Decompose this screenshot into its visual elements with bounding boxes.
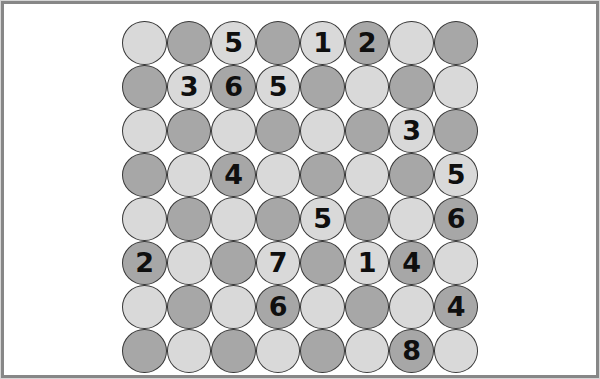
clue-number: 5: [269, 73, 287, 100]
clue-number: 1: [358, 249, 376, 276]
circle-cell-r8c4[interactable]: [256, 329, 301, 373]
circle-cell-r6c4[interactable]: 7: [256, 241, 301, 285]
circle-cell-r2c4[interactable]: 5: [256, 65, 301, 109]
clue-number: 5: [224, 29, 242, 56]
circle-cell-r3c4[interactable]: [256, 109, 301, 153]
circle-cell-r3c1[interactable]: [122, 109, 167, 153]
circle-cell-r7c8[interactable]: 4: [434, 285, 479, 329]
circle-cell-r3c6[interactable]: [345, 109, 390, 153]
circle-cell-r6c7[interactable]: 4: [389, 241, 434, 285]
circle-cell-r4c2[interactable]: [167, 153, 212, 197]
puzzle-screenshot: 512365345562714648: [0, 0, 600, 379]
circle-cell-r1c8[interactable]: [434, 21, 479, 65]
circle-cell-r6c2[interactable]: [167, 241, 212, 285]
circle-cell-r5c6[interactable]: [345, 197, 390, 241]
circle-cell-r2c1[interactable]: [122, 65, 167, 109]
circle-cell-r3c5[interactable]: [300, 109, 345, 153]
circle-cell-r8c6[interactable]: [345, 329, 390, 373]
circle-cell-r2c8[interactable]: [434, 65, 479, 109]
circle-cell-r6c5[interactable]: [300, 241, 345, 285]
circle-cell-r2c7[interactable]: [389, 65, 434, 109]
circle-cell-r7c2[interactable]: [167, 285, 212, 329]
circle-cell-r5c1[interactable]: [122, 197, 167, 241]
circle-cell-r3c2[interactable]: [167, 109, 212, 153]
circle-cell-r1c3[interactable]: 5: [211, 21, 256, 65]
clue-number: 5: [313, 205, 331, 232]
circle-cell-r5c8[interactable]: 6: [434, 197, 479, 241]
circle-cell-r8c7[interactable]: 8: [389, 329, 434, 373]
circle-cell-r4c7[interactable]: [389, 153, 434, 197]
clue-number: 4: [447, 293, 465, 320]
circle-cell-r7c4[interactable]: 6: [256, 285, 301, 329]
circle-cell-r8c1[interactable]: [122, 329, 167, 373]
circle-cell-r6c3[interactable]: [211, 241, 256, 285]
circle-cell-r6c1[interactable]: 2: [122, 241, 167, 285]
circle-cell-r2c5[interactable]: [300, 65, 345, 109]
circle-cell-r8c2[interactable]: [167, 329, 212, 373]
circle-cell-r8c3[interactable]: [211, 329, 256, 373]
circle-cell-r4c4[interactable]: [256, 153, 301, 197]
circle-cell-r4c1[interactable]: [122, 153, 167, 197]
circle-cell-r7c6[interactable]: [345, 285, 390, 329]
circle-cell-r7c3[interactable]: [211, 285, 256, 329]
circle-cell-r7c1[interactable]: [122, 285, 167, 329]
clue-number: 5: [447, 161, 465, 188]
circle-cell-r1c5[interactable]: 1: [300, 21, 345, 65]
clue-number: 6: [269, 293, 287, 320]
circle-cell-r2c3[interactable]: 6: [211, 65, 256, 109]
circle-cell-r7c7[interactable]: [389, 285, 434, 329]
circle-cell-r5c3[interactable]: [211, 197, 256, 241]
clue-number: 2: [358, 29, 376, 56]
circle-cell-r8c5[interactable]: [300, 329, 345, 373]
clue-number: 6: [447, 205, 465, 232]
circle-cell-r1c1[interactable]: [122, 21, 167, 65]
clue-number: 6: [224, 73, 242, 100]
circle-cell-r5c4[interactable]: [256, 197, 301, 241]
circle-cell-r3c3[interactable]: [211, 109, 256, 153]
circle-cell-r5c2[interactable]: [167, 197, 212, 241]
circle-cell-r1c4[interactable]: [256, 21, 301, 65]
circle-cell-r2c6[interactable]: [345, 65, 390, 109]
clue-number: 4: [224, 161, 242, 188]
clue-number: 7: [269, 249, 287, 276]
clue-number: 1: [313, 29, 331, 56]
circle-cell-r4c3[interactable]: 4: [211, 153, 256, 197]
circle-cell-r7c5[interactable]: [300, 285, 345, 329]
circle-cell-r1c6[interactable]: 2: [345, 21, 390, 65]
puzzle-board: 512365345562714648: [122, 21, 478, 373]
circle-cell-r6c8[interactable]: [434, 241, 479, 285]
circle-cell-r5c5[interactable]: 5: [300, 197, 345, 241]
circle-cell-r6c6[interactable]: 1: [345, 241, 390, 285]
clue-number: 4: [402, 249, 420, 276]
clue-number: 8: [402, 337, 420, 364]
clue-number: 3: [180, 73, 198, 100]
circle-cell-r8c8[interactable]: [434, 329, 479, 373]
circle-cell-r4c5[interactable]: [300, 153, 345, 197]
circle-cell-r5c7[interactable]: [389, 197, 434, 241]
clue-number: 2: [135, 249, 153, 276]
circle-cell-r4c6[interactable]: [345, 153, 390, 197]
circle-cell-r3c7[interactable]: 3: [389, 109, 434, 153]
circle-cell-r1c2[interactable]: [167, 21, 212, 65]
clue-number: 3: [402, 117, 420, 144]
circle-cell-r4c8[interactable]: 5: [434, 153, 479, 197]
circle-cell-r1c7[interactable]: [389, 21, 434, 65]
circle-cell-r2c2[interactable]: 3: [167, 65, 212, 109]
circle-cell-r3c8[interactable]: [434, 109, 479, 153]
